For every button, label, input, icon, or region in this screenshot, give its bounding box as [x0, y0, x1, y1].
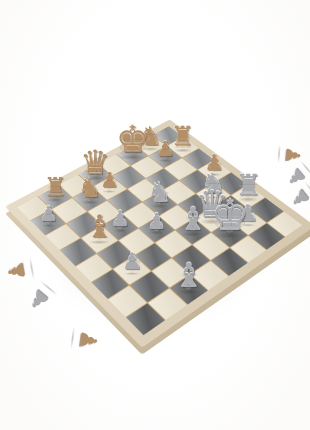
chess-piece-wood-p-g7[interactable]: ♟♟ [156, 139, 175, 160]
chess-piece-silver-b-e3[interactable]: ♝♝ [178, 202, 207, 234]
chess-piece-silver-b-c1[interactable]: ♝♝ [174, 259, 204, 293]
mirror-reflection: ♟ [156, 148, 175, 160]
chess-piece-silver-p-a7[interactable]: ♟♟ [39, 204, 58, 225]
contact-shadow [158, 159, 172, 162]
mirror-reflection: ♝ [178, 215, 207, 233]
chess-piece-silver-n-e5[interactable]: ♞♞ [147, 179, 172, 207]
contact-shadow [124, 272, 140, 275]
contact-shadow [174, 148, 192, 152]
contact-shadow [182, 232, 204, 237]
mirror-reflection: ♝ [86, 224, 114, 241]
chess-piece-wood-p-d7[interactable]: ♟♟ [100, 170, 119, 191]
mirror-reflection: ♚ [211, 212, 249, 235]
contact-shadow [41, 224, 55, 227]
chess-piece-wood-n-c7[interactable]: ♞♞ [78, 176, 102, 203]
chess-piece-silver-k-f2[interactable]: ♚♚ [211, 195, 249, 237]
mirror-reflection: ♚ [116, 136, 149, 156]
piece-glyph: ♟ [5, 260, 29, 282]
contact-shadow [113, 229, 128, 232]
mirror-reflection: ♟ [39, 213, 58, 225]
chess-piece-silver-p-captured[interactable]: ♟♟ [24, 285, 53, 315]
mirror-reflection: ♜ [43, 184, 66, 198]
chess-piece-silver-p-b3[interactable]: ♟♟ [122, 250, 143, 273]
mirror-reflection: ♟ [146, 219, 166, 231]
mirror-reflection: ♞ [78, 186, 102, 201]
contact-shadow [277, 143, 282, 164]
contact-shadow [81, 200, 99, 204]
contact-shadow [177, 290, 200, 295]
chess-piece-wood-b-b5[interactable]: ♝♝ [86, 211, 114, 242]
chess-piece-wood-p-captured[interactable]: ♟♟ [5, 260, 29, 282]
chess-piece-wood-r-b8[interactable]: ♜♜ [43, 174, 66, 200]
chess-piece-silver-p-d4[interactable]: ♟♟ [146, 210, 166, 232]
mirror-reflection: ♞ [147, 190, 172, 205]
mirror-reflection: ♝ [174, 272, 204, 290]
contact-shadow [120, 155, 145, 161]
pieces-layer: ♜♜♛♛♚♚♞♞♞♞♟♟♟♟♜♜♝♝♟♟♟♟♟♟♞♞♞♞♟♟♟♟♝♝♛♛♜♜♚♚… [0, 0, 310, 430]
mirror-reflection: ♟ [122, 260, 143, 273]
contact-shadow [102, 190, 116, 193]
chess-piece-wood-k-f8[interactable]: ♚♚ [116, 121, 149, 158]
mirror-reflection: ♟ [100, 179, 119, 191]
piece-glyph: ♟ [76, 329, 101, 352]
chess-piece-wood-p-captured[interactable]: ♟♟ [76, 329, 101, 352]
contact-shadow [89, 240, 110, 245]
product-photo-stage: ♜♜♛♛♚♚♞♞♞♞♟♟♟♟♜♜♝♝♟♟♟♟♟♟♞♞♞♞♟♟♟♟♝♝♛♛♜♜♚♚… [0, 0, 310, 430]
